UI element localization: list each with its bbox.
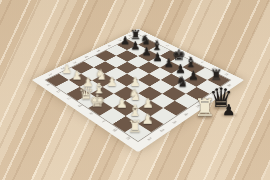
white-pawn-f2[interactable]: ♟ <box>117 97 129 110</box>
white-pawn-b2[interactable]: ♟ <box>72 70 83 82</box>
black-bishop-f8[interactable]: ♝ <box>185 55 197 69</box>
white-king-e1[interactable]: ♚ <box>90 93 106 110</box>
white-pawn-h2[interactable]: ♟ <box>142 112 154 126</box>
white-bishop-g2[interactable]: ♝ <box>128 102 142 117</box>
black-pawn-c7[interactable]: ♟ <box>141 46 151 57</box>
captured-black-pawn[interactable]: ♟ <box>222 103 235 118</box>
black-knight-g6[interactable]: ♞ <box>176 74 189 88</box>
white-pawn-d3[interactable]: ♟ <box>106 76 117 88</box>
white-pawn-g3[interactable]: ♟ <box>142 97 154 110</box>
chess-photo-scene: abcdefgh abcdefgh 87654321 87654321 ♜♞♝♚… <box>0 0 270 180</box>
white-knight-f3[interactable]: ♞ <box>128 88 141 103</box>
black-pawn-a7[interactable]: ♟ <box>120 35 130 46</box>
black-pawn-b7[interactable]: ♟ <box>130 40 140 51</box>
black-pawn-d7[interactable]: ♟ <box>152 51 162 62</box>
black-rook-h8[interactable]: ♜ <box>210 68 223 82</box>
white-rook-h1[interactable]: ♜ <box>128 118 142 134</box>
black-pawn-e7[interactable]: ♟ <box>163 57 173 69</box>
black-pawn-glyph: ♟ <box>222 101 235 119</box>
black-pawn-g7[interactable]: ♟ <box>188 70 199 82</box>
